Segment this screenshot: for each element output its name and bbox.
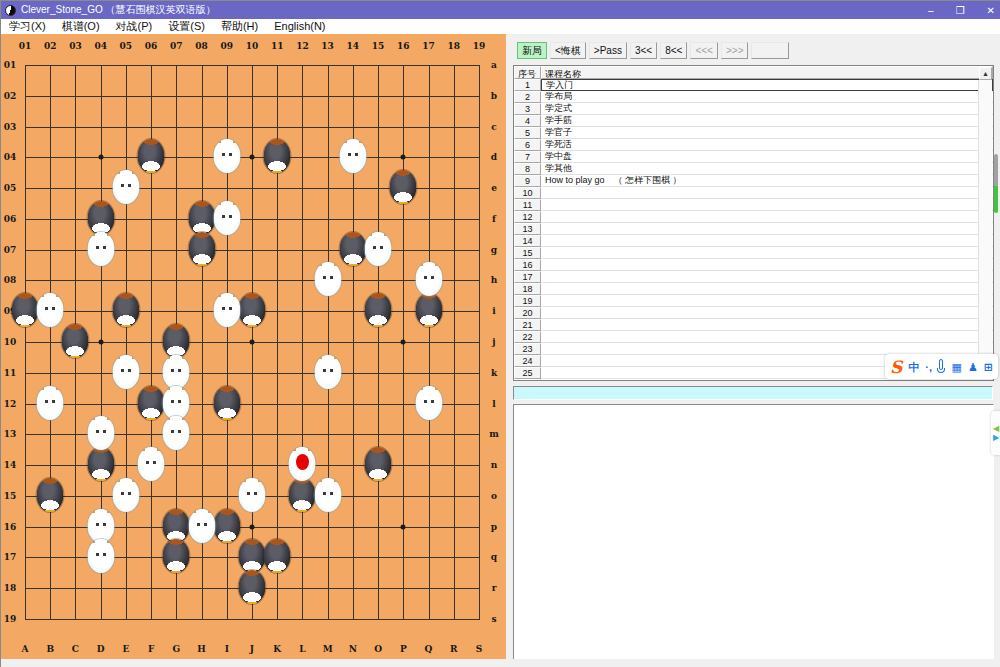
- coordinate-label: 18: [447, 41, 460, 51]
- toolbar-button-4[interactable]: 3<<: [630, 42, 657, 59]
- white-stone[interactable]: [314, 262, 341, 296]
- coordinate-label: S: [476, 644, 483, 654]
- black-stone[interactable]: [188, 232, 215, 266]
- coordinate-label: j: [492, 337, 495, 347]
- row-number: 9: [514, 175, 541, 187]
- table-row[interactable]: 21: [514, 319, 993, 331]
- coordinate-label: 15: [372, 41, 385, 51]
- coordinate-label: L: [299, 644, 305, 654]
- black-stone[interactable]: [12, 293, 39, 327]
- coordinate-label: O: [374, 644, 382, 654]
- row-number: 19: [514, 295, 541, 307]
- black-stone[interactable]: [264, 539, 291, 573]
- table-row[interactable]: 17: [514, 271, 993, 283]
- row-course-name[interactable]: 学手筋: [541, 115, 993, 127]
- row-course-name[interactable]: [541, 331, 993, 343]
- row-number: 18: [514, 283, 541, 295]
- coordinate-label: f: [492, 214, 496, 224]
- black-stone[interactable]: [112, 293, 139, 327]
- black-stone[interactable]: [238, 293, 265, 327]
- star-point: [249, 524, 254, 529]
- row-number: 21: [514, 319, 541, 331]
- white-stone[interactable]: [213, 293, 240, 327]
- black-stone[interactable]: [188, 201, 215, 235]
- white-stone[interactable]: [314, 478, 341, 512]
- row-course-name[interactable]: [541, 199, 993, 211]
- coordinate-label: J: [250, 644, 254, 654]
- row-number: 23: [514, 343, 541, 355]
- toolbar-button-5[interactable]: 8<<: [660, 42, 687, 59]
- white-stone[interactable]: [339, 139, 366, 173]
- white-stone[interactable]: [87, 539, 114, 573]
- blue-arrow-icon: ▶: [993, 433, 999, 442]
- row-course-name[interactable]: [541, 187, 993, 199]
- coordinate-label: G: [172, 644, 180, 654]
- table-row[interactable]: 1学入门: [514, 79, 993, 91]
- coordinate-label: 06: [4, 214, 17, 224]
- grid-hline: [25, 373, 480, 374]
- row-number: 25: [514, 367, 541, 379]
- row-number: 4: [514, 115, 541, 127]
- coordinate-label: F: [148, 644, 154, 654]
- sogou-logo-icon[interactable]: S: [890, 357, 902, 377]
- toolbar-button-8[interactable]: [751, 42, 789, 59]
- coordinate-label: 10: [4, 337, 17, 347]
- coordinate-label: A: [22, 644, 29, 654]
- toolbar-button-6[interactable]: <<<: [690, 42, 718, 59]
- coordinate-label: 02: [4, 91, 17, 101]
- grid-hline: [25, 65, 480, 66]
- coordinate-label: q: [491, 552, 497, 562]
- row-course-name[interactable]: [541, 223, 993, 235]
- coordinate-label: k: [491, 368, 497, 378]
- black-stone[interactable]: [365, 293, 392, 327]
- black-stone[interactable]: [238, 570, 265, 604]
- game-toolbar: 新局<悔棋>Pass3<<8<<<<<>>>: [517, 42, 789, 59]
- coordinate-label: 12: [296, 41, 309, 51]
- black-stone[interactable]: [390, 170, 417, 204]
- row-course-name[interactable]: [541, 247, 993, 259]
- table-row[interactable]: 8学其他: [514, 163, 993, 175]
- control-panel: 新局<悔棋>Pass3<<8<<<<<>>> 序号 课程名称 1学入门2学布局3…: [508, 34, 1000, 667]
- coordinate-label: h: [491, 275, 498, 285]
- window-title: Clever_Stone_GO （慧石围棋汉英双语版）: [21, 3, 216, 17]
- toolbar-button-3[interactable]: >Pass: [589, 42, 627, 59]
- white-stone[interactable]: [163, 355, 190, 389]
- white-stone[interactable]: [37, 386, 64, 420]
- row-number: 8: [514, 163, 541, 175]
- white-stone[interactable]: [87, 509, 114, 543]
- row-number: 6: [514, 139, 541, 151]
- lesson-list-header: 序号 课程名称: [514, 66, 993, 79]
- white-stone[interactable]: [87, 232, 114, 266]
- side-dock-widget[interactable]: ◀ ▶: [991, 411, 1000, 455]
- table-row[interactable]: 4学手筋: [514, 115, 993, 127]
- coordinate-label: 09: [220, 41, 233, 51]
- white-stone[interactable]: [112, 170, 139, 204]
- white-stone[interactable]: [213, 201, 240, 235]
- coordinate-label: M: [323, 644, 333, 654]
- white-stone[interactable]: [112, 355, 139, 389]
- white-stone[interactable]: [163, 386, 190, 420]
- white-stone[interactable]: [37, 293, 64, 327]
- row-course-name[interactable]: 学死活: [541, 139, 993, 151]
- coordinate-label: 02: [44, 41, 57, 51]
- menu-item-3[interactable]: 对战(P): [108, 19, 161, 34]
- row-course-name[interactable]: [541, 295, 993, 307]
- row-course-name[interactable]: [541, 271, 993, 283]
- row-course-name[interactable]: [541, 235, 993, 247]
- grid-hline: [25, 127, 480, 128]
- black-stone[interactable]: [163, 509, 190, 543]
- row-course-name[interactable]: [541, 307, 993, 319]
- white-stone[interactable]: [289, 447, 316, 481]
- coordinate-label: a: [491, 60, 497, 70]
- coordinate-label: 16: [4, 522, 17, 532]
- coordinate-label: g: [491, 245, 497, 255]
- row-course-name[interactable]: [541, 259, 993, 271]
- white-stone[interactable]: [314, 355, 341, 389]
- coordinate-label: R: [450, 644, 457, 654]
- coordinate-label: p: [491, 522, 497, 532]
- row-number: 5: [514, 127, 541, 139]
- grid-hline: [25, 404, 480, 405]
- table-row[interactable]: 22: [514, 331, 993, 343]
- row-course-name[interactable]: 学布局: [541, 91, 993, 103]
- coordinate-label: B: [46, 644, 54, 654]
- coordinate-label: 07: [170, 41, 183, 51]
- row-number: 16: [514, 259, 541, 271]
- coordinate-label: 18: [4, 583, 17, 593]
- coordinate-label: 05: [120, 41, 133, 51]
- coordinate-label: 07: [4, 245, 17, 255]
- row-number: 11: [514, 199, 541, 211]
- minimize-button[interactable]: –: [928, 5, 934, 16]
- white-stone[interactable]: [415, 262, 442, 296]
- coordinate-label: 03: [69, 41, 82, 51]
- black-stone[interactable]: [339, 232, 366, 266]
- grid-hline: [25, 280, 480, 281]
- star-point: [249, 340, 254, 345]
- coordinate-label: H: [197, 644, 206, 654]
- black-stone[interactable]: [213, 509, 240, 543]
- table-row[interactable]: 10: [514, 187, 993, 199]
- row-course-name[interactable]: 学其他: [541, 163, 993, 175]
- skin-icon[interactable]: ♟: [968, 361, 978, 373]
- black-stone[interactable]: [163, 539, 190, 573]
- coordinate-label: 14: [4, 460, 17, 470]
- black-stone[interactable]: [365, 447, 392, 481]
- ime-toolbar: S 中 ·, ▦ ♟ ⊞: [885, 354, 998, 379]
- coordinate-label: 14: [347, 41, 360, 51]
- white-stone[interactable]: [87, 416, 114, 450]
- black-stone[interactable]: [415, 293, 442, 327]
- comment-area[interactable]: [513, 404, 994, 660]
- black-stone[interactable]: [238, 539, 265, 573]
- row-number: 14: [514, 235, 541, 247]
- row-course-name[interactable]: [541, 379, 993, 381]
- toolbar-button-7[interactable]: >>>: [721, 42, 749, 59]
- black-stone[interactable]: [163, 324, 190, 358]
- coordinate-label: 19: [4, 614, 17, 624]
- black-stone[interactable]: [62, 324, 89, 358]
- black-stone[interactable]: [138, 386, 165, 420]
- row-course-name[interactable]: How to play go （ 怎样下围棋 ）: [541, 175, 993, 187]
- coordinate-label: I: [225, 644, 229, 654]
- star-point: [98, 155, 103, 160]
- coordinate-label: 11: [271, 41, 284, 51]
- coordinate-label: s: [491, 614, 496, 624]
- scroll-up-icon[interactable]: ▲: [979, 67, 992, 80]
- coordinate-label: b: [491, 91, 497, 101]
- table-row[interactable]: 6学死活: [514, 139, 993, 151]
- coordinate-label: 01: [19, 41, 32, 51]
- white-stone[interactable]: [163, 416, 190, 450]
- lesson-list[interactable]: 序号 课程名称 1学入门2学布局3学定式4学手筋5学官子6学死活7学中盘8学其他…: [513, 65, 994, 381]
- window-bottom-edge: [1, 659, 1000, 667]
- coordinate-label: 17: [4, 552, 17, 562]
- coordinate-label: 13: [321, 41, 334, 51]
- table-row[interactable]: 18: [514, 283, 993, 295]
- table-row[interactable]: 7学中盘: [514, 151, 993, 163]
- toolbar-button-1[interactable]: 新局: [517, 42, 547, 59]
- menu-item-1[interactable]: 学习(X): [1, 19, 54, 34]
- row-number: 13: [514, 223, 541, 235]
- grid-hline: [25, 96, 480, 97]
- coordinate-label: 11: [4, 368, 17, 378]
- star-point: [401, 155, 406, 160]
- white-stone[interactable]: [238, 478, 265, 512]
- lesson-rows: 1学入门2学布局3学定式4学手筋5学官子6学死活7学中盘8学其他9How to …: [514, 79, 993, 381]
- table-row[interactable]: 26: [514, 379, 993, 381]
- coordinate-label: 08: [4, 275, 17, 285]
- row-course-name[interactable]: [541, 319, 993, 331]
- coordinate-label: E: [122, 644, 129, 654]
- close-button[interactable]: ✕: [987, 5, 995, 16]
- black-stone[interactable]: [264, 139, 291, 173]
- coordinate-label: 16: [397, 41, 410, 51]
- table-row[interactable]: 9How to play go （ 怎样下围棋 ）: [514, 175, 993, 187]
- table-row[interactable]: 19: [514, 295, 993, 307]
- menu-item-4[interactable]: 设置(S): [160, 19, 213, 34]
- coordinate-label: l: [492, 399, 495, 409]
- status-input-strip[interactable]: [513, 386, 993, 400]
- black-stone[interactable]: [37, 478, 64, 512]
- white-stone[interactable]: [213, 139, 240, 173]
- coordinate-label: i: [492, 306, 495, 316]
- coordinate-label: n: [491, 460, 498, 470]
- edge-progress-slider[interactable]: [994, 154, 998, 213]
- menu-item-5[interactable]: 帮助(H): [213, 19, 266, 34]
- toolbar-button-2[interactable]: <悔棋: [550, 42, 586, 59]
- table-row[interactable]: 13: [514, 223, 993, 235]
- table-row[interactable]: 14: [514, 235, 993, 247]
- coordinate-label: K: [273, 644, 281, 654]
- row-number: 15: [514, 247, 541, 259]
- coordinate-label: P: [400, 644, 407, 654]
- coordinate-label: 08: [195, 41, 208, 51]
- row-number: 7: [514, 151, 541, 163]
- table-row[interactable]: 20: [514, 307, 993, 319]
- coordinate-label: 05: [4, 183, 17, 193]
- menu-bar: 学习(X)棋谱(O)对战(P)设置(S)帮助(H)English(N): [1, 19, 1000, 35]
- coordinate-label: Q: [425, 644, 433, 654]
- header-course-name: 课程名称: [541, 66, 993, 79]
- restore-button[interactable]: ❐: [956, 5, 965, 16]
- table-row[interactable]: 2学布局: [514, 91, 993, 103]
- chinese-mode-icon[interactable]: 中: [908, 361, 919, 373]
- white-stone[interactable]: [138, 447, 165, 481]
- coordinate-label: o: [491, 491, 497, 501]
- menu-item-2[interactable]: 棋谱(O): [54, 19, 108, 34]
- coordinate-label: r: [492, 583, 497, 593]
- coordinate-label: 03: [4, 122, 17, 132]
- coordinate-label: 13: [4, 429, 17, 439]
- table-row[interactable]: 11: [514, 199, 993, 211]
- row-number: 17: [514, 271, 541, 283]
- keyboard-icon[interactable]: ▦: [952, 361, 962, 373]
- table-row[interactable]: 5学官子: [514, 127, 993, 139]
- star-point: [98, 340, 103, 345]
- coordinate-label: 17: [422, 41, 435, 51]
- black-stone[interactable]: [213, 386, 240, 420]
- row-course-name[interactable]: [541, 283, 993, 295]
- table-row[interactable]: 16: [514, 259, 993, 271]
- row-number: 26: [514, 379, 541, 381]
- coordinate-label: C: [72, 644, 79, 654]
- table-row[interactable]: 3学定式: [514, 103, 993, 115]
- white-stone[interactable]: [112, 478, 139, 512]
- coordinate-label: 12: [4, 399, 17, 409]
- table-row[interactable]: 15: [514, 247, 993, 259]
- last-move-marker: [296, 454, 309, 470]
- black-stone[interactable]: [87, 201, 114, 235]
- coordinate-label: 06: [145, 41, 158, 51]
- title-bar: Clever_Stone_GO （慧石围棋汉英双语版） – ❐ ✕: [1, 1, 1000, 19]
- coordinate-label: 10: [246, 41, 259, 51]
- header-number: 序号: [514, 66, 541, 79]
- row-number: 10: [514, 187, 541, 199]
- coordinate-label: 19: [473, 41, 486, 51]
- coordinate-label: e: [491, 183, 497, 193]
- coordinate-label: 04: [94, 41, 107, 51]
- black-stone[interactable]: [289, 478, 316, 512]
- coordinate-label: 15: [4, 491, 17, 501]
- coordinate-label: m: [489, 429, 499, 439]
- grid-icon[interactable]: ⊞: [984, 361, 993, 373]
- white-stone[interactable]: [188, 509, 215, 543]
- star-point: [401, 524, 406, 529]
- row-number: 1: [514, 79, 541, 91]
- coordinate-label: N: [349, 644, 357, 654]
- menu-item-6[interactable]: English(N): [266, 19, 333, 34]
- row-number: 2: [514, 91, 541, 103]
- microphone-icon[interactable]: [939, 359, 942, 370]
- row-course-name[interactable]: [541, 211, 993, 223]
- white-stone[interactable]: [415, 386, 442, 420]
- go-board[interactable]: 01020304050607080910111213141516171819AB…: [1, 34, 506, 659]
- coordinate-label: c: [491, 122, 496, 132]
- row-course-name[interactable]: 学官子: [541, 127, 993, 139]
- app-icon: [5, 5, 16, 16]
- row-number: 20: [514, 307, 541, 319]
- grid-hline: [25, 619, 480, 620]
- row-course-name[interactable]: 学定式: [541, 103, 993, 115]
- coordinate-label: 04: [4, 152, 17, 162]
- row-course-name[interactable]: 学入门: [541, 79, 993, 91]
- app-window: Clever_Stone_GO （慧石围棋汉英双语版） – ❐ ✕ 学习(X)棋…: [0, 0, 1000, 667]
- star-point: [249, 155, 254, 160]
- row-course-name[interactable]: 学中盘: [541, 151, 993, 163]
- coordinate-label: D: [97, 644, 105, 654]
- coordinate-label: 01: [4, 60, 17, 70]
- list-scrollbar-track[interactable]: [978, 80, 992, 379]
- table-row[interactable]: 12: [514, 211, 993, 223]
- punctuation-icon[interactable]: ·,: [925, 361, 932, 373]
- green-arrow-icon: ◀: [993, 424, 999, 433]
- row-number: 24: [514, 355, 541, 367]
- coordinate-label: d: [491, 152, 497, 162]
- star-point: [401, 340, 406, 345]
- white-stone[interactable]: [365, 232, 392, 266]
- row-number: 3: [514, 103, 541, 115]
- row-number: 22: [514, 331, 541, 343]
- row-number: 12: [514, 211, 541, 223]
- black-stone[interactable]: [138, 139, 165, 173]
- black-stone[interactable]: [87, 447, 114, 481]
